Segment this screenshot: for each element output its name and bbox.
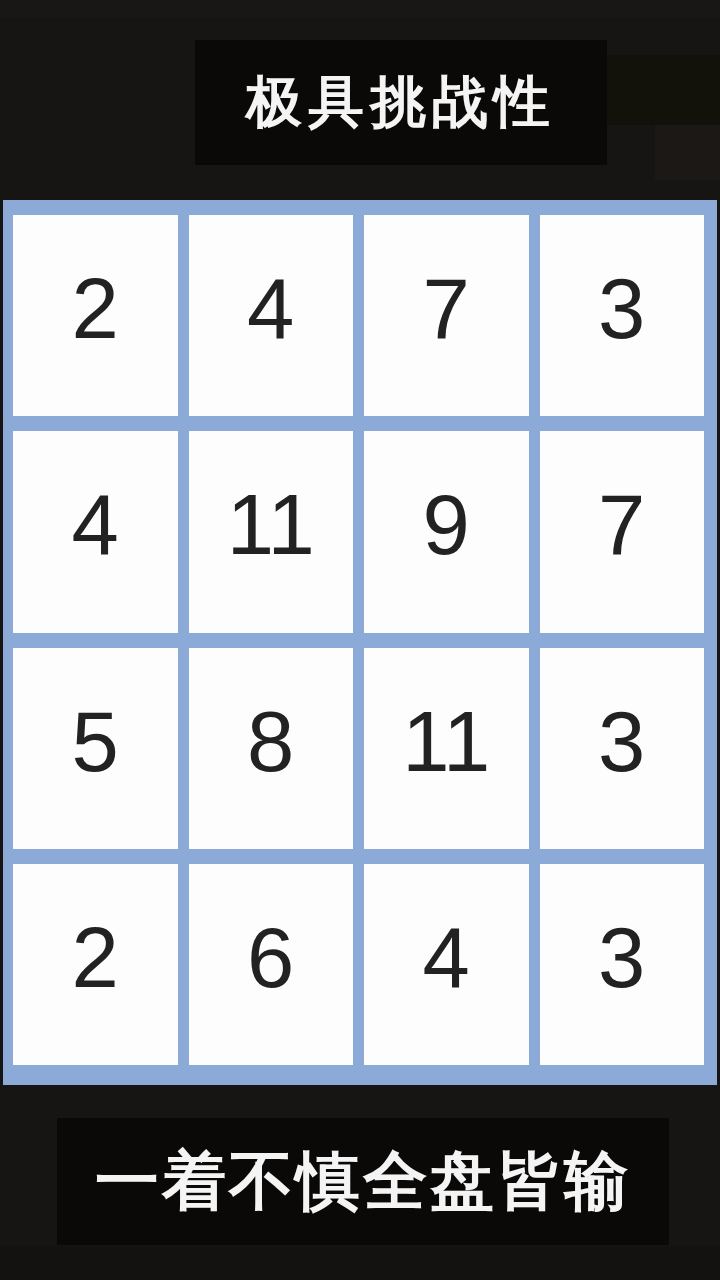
puzzle-board: 2 4 7 3 4 11 9 7 5 8 11 3 2 6 4 3 xyxy=(3,200,717,1085)
tile-r4c2[interactable]: 6 xyxy=(189,864,354,1065)
background-patch xyxy=(655,125,720,180)
tile-r3c4[interactable]: 3 xyxy=(540,648,705,849)
tile-r4c1[interactable]: 2 xyxy=(13,864,178,1065)
background-patch xyxy=(0,1246,720,1280)
tile-r3c3[interactable]: 11 xyxy=(364,648,529,849)
tile-r2c3[interactable]: 9 xyxy=(364,431,529,632)
tile-r4c4[interactable]: 3 xyxy=(540,864,705,1065)
tile-r2c4[interactable]: 7 xyxy=(540,431,705,632)
tile-r1c3[interactable]: 7 xyxy=(364,215,529,416)
background-patch xyxy=(600,55,720,125)
tile-r1c2[interactable]: 4 xyxy=(189,215,354,416)
tile-r4c3[interactable]: 4 xyxy=(364,864,529,1065)
tile-r1c4[interactable]: 3 xyxy=(540,215,705,416)
tile-r3c1[interactable]: 5 xyxy=(13,648,178,849)
background-patch xyxy=(0,0,720,18)
top-banner-text: 极具挑战性 xyxy=(246,65,556,141)
game-screen: 极具挑战性 2 4 7 3 4 11 9 7 5 8 11 3 2 6 4 3 … xyxy=(0,0,720,1280)
tile-r2c2[interactable]: 11 xyxy=(189,431,354,632)
tile-r2c1[interactable]: 4 xyxy=(13,431,178,632)
bottom-banner-text: 一着不慎全盘皆输 xyxy=(95,1138,631,1225)
tile-r3c2[interactable]: 8 xyxy=(189,648,354,849)
tile-r1c1[interactable]: 2 xyxy=(13,215,178,416)
top-banner: 极具挑战性 xyxy=(195,40,607,165)
bottom-banner: 一着不慎全盘皆输 xyxy=(57,1118,669,1245)
